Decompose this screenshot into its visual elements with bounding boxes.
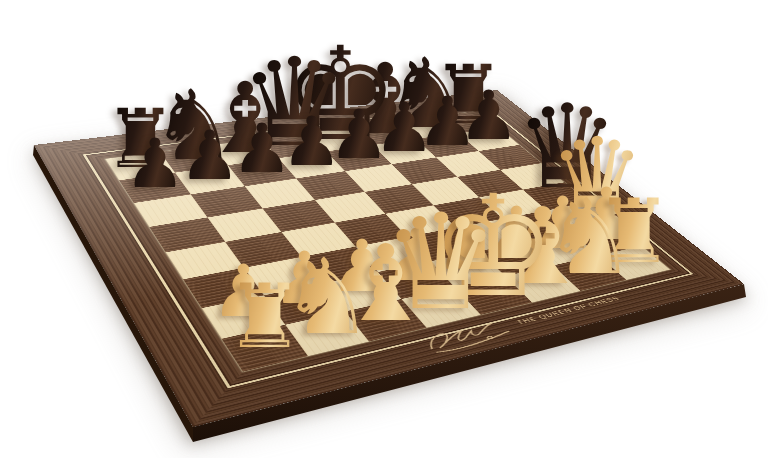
chess-product-photo: THE QUEEN OF CHESS ♜♞♝♛♚♝♞♜♟♟♟♟♟♟♟♟♟♟♟♟♟… (0, 0, 768, 458)
